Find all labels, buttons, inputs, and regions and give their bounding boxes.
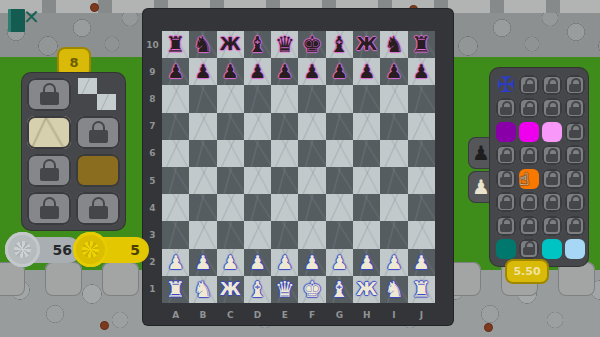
piece-white-pawn: ♟ [304,249,321,276]
square-e10[interactable]: ♛ [271,31,298,58]
square-i10[interactable]: ♞ [380,31,407,58]
square-i5[interactable] [380,167,407,194]
square-c9[interactable]: ♟ [217,58,244,85]
square-i4[interactable] [380,194,407,221]
piece-black-pawn: ♟ [194,58,211,85]
brown-wood-texture[interactable] [76,154,120,187]
lock-icon [569,201,581,209]
lock-icon [546,201,558,209]
color-slot-locked[interactable] [496,98,516,118]
square-g9[interactable]: ♟ [326,58,353,85]
piece-black-pawn: ♟ [413,58,430,85]
floor-merlon [45,262,82,296]
rank-label: 10 [143,31,162,58]
square-g8[interactable] [326,85,353,112]
rust-spot [484,323,493,332]
lock-icon [523,107,535,115]
lock-icon [40,92,59,105]
color-slot-locked[interactable] [496,145,516,165]
color-slot-locked[interactable] [542,145,562,165]
square-f3[interactable] [298,221,325,248]
file-label: J [408,304,435,325]
exit-button[interactable]: ✕ [8,7,44,33]
square-h7[interactable] [353,113,380,140]
rank-labels: 10987654321 [143,31,162,303]
lock-icon [500,107,512,115]
floor-merlon [558,262,595,296]
color-swatch-cyan[interactable] [542,239,562,259]
blue-cross-icon: ✠ [497,75,515,95]
square-h2[interactable]: ♟ [353,249,380,276]
color-swatch-purple[interactable] [496,122,516,142]
square-a3[interactable] [162,221,189,248]
piece-black-spider: Ж [220,31,241,58]
square-d10[interactable]: ♝ [244,31,271,58]
preview-square [97,94,116,110]
file-label: C [217,304,244,325]
square-b1[interactable]: ♞ [189,276,216,303]
color-slot-locked[interactable] [565,192,585,212]
square-a1[interactable]: ♜ [162,276,189,303]
file-label: A [162,304,189,325]
color-slot-locked[interactable] [565,75,585,95]
piece-black-bishop: ♝ [248,31,268,58]
square-g4[interactable] [326,194,353,221]
color-slot-locked[interactable] [542,192,562,212]
silver-coin-count: 56 [53,242,72,258]
square-a8[interactable] [162,85,189,112]
square-b5[interactable] [189,167,216,194]
square-i2[interactable]: ♟ [380,249,407,276]
piece-black-queen: ♛ [275,31,295,58]
square-b3[interactable] [189,221,216,248]
board-theme-locked-1[interactable] [27,78,71,111]
rank-label: 7 [143,113,162,140]
lock-icon [523,201,535,209]
board-theme-locked-4[interactable] [27,192,71,225]
square-g2[interactable]: ♟ [326,249,353,276]
color-swatch-orange[interactable] [519,169,539,189]
piece-black-knight: ♞ [193,31,213,58]
lock-icon [546,177,558,185]
lock-icon [523,247,535,255]
file-label: D [244,304,271,325]
board-theme-locked-2[interactable] [76,116,120,149]
piece-black-rook: ♜ [166,31,186,58]
lock-icon [523,154,535,162]
lock-icon [89,206,108,219]
piece-white-knight: ♞ [384,276,404,303]
square-j1[interactable]: ♜ [408,276,435,303]
white-pawn-icon: ♟ [472,174,490,200]
color-swatch-light-blue[interactable] [565,239,585,259]
file-label: B [189,304,216,325]
square-j9[interactable]: ♟ [408,58,435,85]
square-e9[interactable]: ♟ [271,58,298,85]
piece-white-pawn: ♟ [276,249,293,276]
color-slot-locked[interactable] [496,169,516,189]
piece-white-bishop: ♝ [330,276,350,303]
silver-coin-counter: 56 [8,237,81,263]
square-b4[interactable] [189,194,216,221]
color-slot-locked[interactable] [565,122,585,142]
color-slot-locked[interactable] [496,192,516,212]
square-c1[interactable]: Ж [217,276,244,303]
square-a2[interactable]: ♟ [162,249,189,276]
square-c7[interactable] [217,113,244,140]
file-label: F [298,304,325,325]
square-c10[interactable]: Ж [217,31,244,58]
square-f2[interactable]: ♟ [298,249,325,276]
lock-icon [40,206,59,219]
marble-board-preview[interactable] [76,78,120,111]
color-slot-locked[interactable] [519,239,539,259]
color-slot-locked[interactable] [519,75,539,95]
square-b6[interactable] [189,140,216,167]
square-c6[interactable] [217,140,244,167]
piece-white-bishop: ♝ [248,276,268,303]
piece-white-spider: Ж [356,276,377,303]
lock-icon [89,130,108,143]
lock-icon [40,168,59,181]
square-d1[interactable]: ♝ [244,276,271,303]
square-d3[interactable] [244,221,271,248]
floor-merlon [102,262,139,296]
file-label: G [326,304,353,325]
rank-label: 5 [143,167,162,194]
color-slot-locked[interactable] [542,98,562,118]
color-slot-locked[interactable] [519,216,539,236]
lock-icon [500,177,512,185]
square-g10[interactable]: ♝ [326,31,353,58]
square-i7[interactable] [380,113,407,140]
square-e2[interactable]: ♟ [271,249,298,276]
square-b7[interactable] [189,113,216,140]
lock-icon [523,84,535,92]
piece-black-pawn: ♟ [276,58,293,85]
square-j8[interactable] [408,85,435,112]
cream-marble-texture[interactable] [27,116,71,149]
file-label: I [380,304,407,325]
square-h8[interactable] [353,85,380,112]
piece-white-pawn: ♟ [194,249,211,276]
square-h1[interactable]: Ж [353,276,380,303]
square-g3[interactable] [326,221,353,248]
square-e3[interactable] [271,221,298,248]
square-g5[interactable] [326,167,353,194]
piece-white-pawn: ♟ [386,249,403,276]
lock-icon [546,224,558,232]
square-g6[interactable] [326,140,353,167]
square-d2[interactable]: ♟ [244,249,271,276]
square-i9[interactable]: ♟ [380,58,407,85]
board-theme-locked-5[interactable] [76,192,120,225]
color-slot-locked[interactable] [542,169,562,189]
piece-black-pawn: ♟ [222,58,239,85]
chess-board: 10987654321 ABCDEFGHIJ ♜♞Ж♝♛♚♝Ж♞♜♟♟♟♟♟♟♟… [143,9,453,325]
lock-icon [500,224,512,232]
rank-label: 1 [143,276,162,303]
piece-white-queen: ♛ [275,276,295,303]
square-h10[interactable]: Ж [353,31,380,58]
square-d9[interactable]: ♟ [244,58,271,85]
lock-icon [569,154,581,162]
square-j3[interactable] [408,221,435,248]
lock-icon [569,177,581,185]
black-pawn-icon: ♟ [472,140,490,166]
file-label: E [271,304,298,325]
lock-icon [523,224,535,232]
square-c3[interactable] [217,221,244,248]
color-slot-locked[interactable] [542,75,562,95]
square-d8[interactable] [244,85,271,112]
square-a5[interactable] [162,167,189,194]
square-h6[interactable] [353,140,380,167]
square-f6[interactable] [298,140,325,167]
piece-white-pawn: ♟ [358,249,375,276]
square-f1[interactable]: ♚ [298,276,325,303]
square-e1[interactable]: ♛ [271,276,298,303]
piece-black-spider: Ж [356,31,377,58]
square-a10[interactable]: ♜ [162,31,189,58]
color-slot-locked[interactable] [496,216,516,236]
color-slot-locked[interactable] [565,216,585,236]
square-f5[interactable] [298,167,325,194]
gold-coin-count: 5 [130,242,140,258]
preview-square [78,78,97,94]
piece-black-knight: ♞ [384,31,404,58]
lock-icon [500,201,512,209]
lock-icon [569,130,581,138]
board-theme-panel [22,73,125,230]
square-h3[interactable] [353,221,380,248]
square-c4[interactable] [217,194,244,221]
square-e4[interactable] [271,194,298,221]
lock-icon [546,84,558,92]
board-theme-locked-3[interactable] [27,154,71,187]
gold-coin-counter: 5 [76,237,149,263]
square-i1[interactable]: ♞ [380,276,407,303]
square-c8[interactable] [217,85,244,112]
lock-icon [569,107,581,115]
square-i3[interactable] [380,221,407,248]
square-f9[interactable]: ♟ [298,58,325,85]
piece-black-king: ♚ [302,31,322,58]
square-a7[interactable] [162,113,189,140]
color-slot-locked[interactable] [542,216,562,236]
piece-white-pawn: ♟ [167,249,184,276]
piece-black-pawn: ♟ [167,58,184,85]
rust-spot [90,3,99,12]
rank-label: 6 [143,140,162,167]
square-f8[interactable] [298,85,325,112]
lock-icon [546,107,558,115]
silver-coin-icon [5,232,40,267]
piece-black-pawn: ♟ [358,58,375,85]
square-j7[interactable] [408,113,435,140]
piece-black-pawn: ♟ [304,58,321,85]
square-g1[interactable]: ♝ [326,276,353,303]
square-g7[interactable] [326,113,353,140]
slot-blue-cross[interactable]: ✠ [496,75,516,95]
piece-white-spider: Ж [220,276,241,303]
rust-spot [100,321,109,330]
color-slot-locked[interactable] [519,192,539,212]
lock-icon [500,154,512,162]
square-f4[interactable] [298,194,325,221]
color-swatch-magenta[interactable] [519,122,539,142]
piece-black-bishop: ♝ [330,31,350,58]
square-d7[interactable] [244,113,271,140]
color-swatch-teal[interactable] [496,239,516,259]
piece-white-pawn: ♟ [413,249,430,276]
color-slot-locked[interactable] [519,98,539,118]
square-e5[interactable] [271,167,298,194]
square-h4[interactable] [353,194,380,221]
color-slot-locked[interactable] [565,145,585,165]
square-i6[interactable] [380,140,407,167]
piece-white-pawn: ♟ [222,249,239,276]
square-b2[interactable]: ♟ [189,249,216,276]
lock-icon [546,154,558,162]
square-j2[interactable]: ♟ [408,249,435,276]
piece-white-pawn: ♟ [249,249,266,276]
price-badge: 5.50 [505,259,549,284]
piece-white-king: ♚ [302,276,322,303]
square-j4[interactable] [408,194,435,221]
square-a9[interactable]: ♟ [162,58,189,85]
piece-white-pawn: ♟ [331,249,348,276]
file-labels: ABCDEFGHIJ [162,304,435,325]
square-f7[interactable] [298,113,325,140]
color-slot-locked[interactable] [519,145,539,165]
piece-color-panel: ✠ [490,68,588,266]
piece-black-pawn: ♟ [249,58,266,85]
game-screen: ✕ 8 10987654321 ABCDEFGHIJ ♜♞Ж♝♛♚♝Ж♞♜♟♟♟… [0,0,600,337]
square-j10[interactable]: ♜ [408,31,435,58]
square-c2[interactable]: ♟ [217,249,244,276]
color-slot-locked[interactable] [565,169,585,189]
square-d6[interactable] [244,140,271,167]
square-a6[interactable] [162,140,189,167]
square-e7[interactable] [271,113,298,140]
file-label: H [353,304,380,325]
square-b9[interactable]: ♟ [189,58,216,85]
gold-coin-icon [73,232,108,267]
rank-label: 9 [143,58,162,85]
rank-label: 8 [143,85,162,112]
piece-white-knight: ♞ [193,276,213,303]
square-f10[interactable]: ♚ [298,31,325,58]
floor-merlon [0,262,25,296]
square-j6[interactable] [408,140,435,167]
color-slot-locked[interactable] [565,98,585,118]
color-swatch-light-pink[interactable] [542,122,562,142]
square-h9[interactable]: ♟ [353,58,380,85]
square-d4[interactable] [244,194,271,221]
piece-black-pawn: ♟ [386,58,403,85]
square-b8[interactable] [189,85,216,112]
square-h5[interactable] [353,167,380,194]
square-j5[interactable] [408,167,435,194]
piece-black-pawn: ♟ [331,58,348,85]
close-icon: ✕ [23,5,40,29]
square-c5[interactable] [217,167,244,194]
square-b10[interactable]: ♞ [189,31,216,58]
square-a4[interactable] [162,194,189,221]
piece-white-rook: ♜ [411,276,431,303]
square-e8[interactable] [271,85,298,112]
lock-icon [569,224,581,232]
square-d5[interactable] [244,167,271,194]
square-i8[interactable] [380,85,407,112]
rank-label: 4 [143,194,162,221]
lock-icon [569,84,581,92]
piece-black-rook: ♜ [411,31,431,58]
piece-white-rook: ♜ [166,276,186,303]
square-e6[interactable] [271,140,298,167]
